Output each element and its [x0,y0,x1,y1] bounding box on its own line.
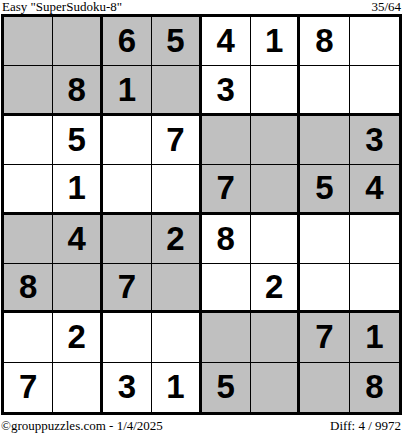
cell-r2c1[interactable] [4,66,53,115]
cell-r5c8[interactable] [350,215,399,264]
cell-r5c2[interactable]: 4 [53,215,102,264]
cell-r8c5[interactable]: 5 [202,363,251,412]
cell-r8c8[interactable]: 8 [350,363,399,412]
cell-r4c4[interactable] [152,165,201,214]
cell-r4c3[interactable] [103,165,152,214]
cell-r1c1[interactable] [4,17,53,66]
cell-r6c5[interactable] [202,264,251,313]
cell-r5c3[interactable] [103,215,152,264]
cell-r3c7[interactable] [300,116,349,165]
cell-r1c3[interactable]: 6 [103,17,152,66]
cell-r3c8[interactable]: 3 [350,116,399,165]
cell-r1c6[interactable]: 1 [251,17,300,66]
cell-r8c4[interactable]: 1 [152,363,201,412]
cell-r7c8[interactable]: 1 [350,313,399,362]
cell-r6c8[interactable] [350,264,399,313]
cell-r6c6[interactable]: 2 [251,264,300,313]
cell-r2c8[interactable] [350,66,399,115]
cell-r2c6[interactable] [251,66,300,115]
cell-r2c4[interactable] [152,66,201,115]
cell-counter: 35/64 [371,0,401,14]
difficulty-text: Diff: 4 / 9972 [330,418,401,433]
cell-r7c5[interactable] [202,313,251,362]
cell-r1c5[interactable]: 4 [202,17,251,66]
cell-r6c7[interactable] [300,264,349,313]
cell-r5c7[interactable] [300,215,349,264]
cell-r3c3[interactable] [103,116,152,165]
cell-r2c5[interactable]: 3 [202,66,251,115]
cell-r5c1[interactable] [4,215,53,264]
cell-r3c2[interactable]: 5 [53,116,102,165]
cell-r7c6[interactable] [251,313,300,362]
sudoku-board: 65418813573175442887227173158 [1,14,402,415]
cell-r7c4[interactable] [152,313,201,362]
cell-r4c7[interactable]: 5 [300,165,349,214]
cell-r2c3[interactable]: 1 [103,66,152,115]
cell-r6c2[interactable] [53,264,102,313]
cell-r5c4[interactable]: 2 [152,215,201,264]
cell-r2c2[interactable]: 8 [53,66,102,115]
cell-r8c6[interactable] [251,363,300,412]
cell-r4c6[interactable] [251,165,300,214]
cell-r6c3[interactable]: 7 [103,264,152,313]
cell-r3c6[interactable] [251,116,300,165]
cell-r7c1[interactable] [4,313,53,362]
cell-r7c2[interactable]: 2 [53,313,102,362]
cell-r3c5[interactable] [202,116,251,165]
header: Easy "SuperSudoku-8" 35/64 [2,0,401,14]
cell-r1c2[interactable] [53,17,102,66]
cell-r8c1[interactable]: 7 [4,363,53,412]
cell-r8c7[interactable] [300,363,349,412]
cell-r4c5[interactable]: 7 [202,165,251,214]
cell-r8c3[interactable]: 3 [103,363,152,412]
footer: ©grouppuzzles.com - 1/4/2025 Diff: 4 / 9… [1,418,401,434]
cell-r4c8[interactable]: 4 [350,165,399,214]
cell-r1c8[interactable] [350,17,399,66]
cell-r6c4[interactable] [152,264,201,313]
cell-r5c6[interactable] [251,215,300,264]
cell-r1c4[interactable]: 5 [152,17,201,66]
cell-r2c7[interactable] [300,66,349,115]
cell-r3c4[interactable]: 7 [152,116,201,165]
cell-r8c2[interactable] [53,363,102,412]
cell-r3c1[interactable] [4,116,53,165]
puzzle-title: Easy "SuperSudoku-8" [2,0,122,14]
cell-r6c1[interactable]: 8 [4,264,53,313]
cell-r4c1[interactable] [4,165,53,214]
cell-r1c7[interactable]: 8 [300,17,349,66]
cell-r7c3[interactable] [103,313,152,362]
cell-r4c2[interactable]: 1 [53,165,102,214]
cell-r7c7[interactable]: 7 [300,313,349,362]
copyright-text: ©grouppuzzles.com - 1/4/2025 [1,418,163,433]
cell-r5c5[interactable]: 8 [202,215,251,264]
